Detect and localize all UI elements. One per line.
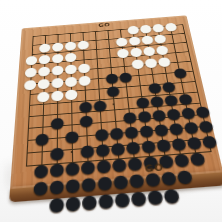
stone-white: ● <box>23 77 37 91</box>
intersection: ● <box>162 185 181 204</box>
stone-white: ● <box>116 46 130 59</box>
product-photo-scene: GO ●●●●●●●●●●●●●●●●●●●●●●●●●●●●●●●●●●●●●… <box>0 0 222 222</box>
go-board: GO ●●●●●●●●●●●●●●●●●●●●●●●●●●●●●●●●●●●●●… <box>9 15 222 203</box>
intersection <box>22 90 37 104</box>
stone-white: ● <box>78 73 92 87</box>
hoshi-dot <box>113 103 115 105</box>
intersection: ● <box>172 66 188 80</box>
stone-white: ● <box>163 20 178 32</box>
stone-black: ● <box>48 194 64 214</box>
intersection <box>17 162 33 180</box>
intersection: ● <box>113 189 131 208</box>
intersection: ● <box>64 87 78 101</box>
intersection: ● <box>48 194 65 214</box>
stone-white: ● <box>157 54 172 67</box>
intersection <box>185 64 201 78</box>
intersection: ● <box>163 21 178 33</box>
stone-black: ● <box>81 191 98 211</box>
intersection <box>183 53 199 66</box>
intersection: ● <box>97 190 114 210</box>
go-logo-bottom: GO <box>145 162 166 174</box>
intersection <box>32 195 49 215</box>
intersection <box>15 197 32 217</box>
stone-black: ● <box>65 192 82 212</box>
intersection <box>107 97 122 112</box>
intersection <box>36 102 51 117</box>
stone-white: ● <box>50 87 64 101</box>
intersection: ● <box>36 89 50 103</box>
intersection <box>207 164 222 182</box>
intersection <box>18 147 34 164</box>
intersection <box>19 131 35 147</box>
stone-black: ● <box>188 149 207 167</box>
stone-black: ● <box>97 190 114 209</box>
intersection: ● <box>79 112 94 128</box>
stone-black: ● <box>65 128 80 144</box>
stone-black: ● <box>106 83 121 97</box>
stone-black: ● <box>129 187 147 206</box>
intersection: ● <box>175 167 194 185</box>
intersection: ● <box>118 70 133 84</box>
stone-black: ● <box>33 177 49 196</box>
intersection: ● <box>92 98 107 113</box>
intersection: ● <box>78 73 92 87</box>
intersection <box>91 60 105 73</box>
board-face: GO ●●●●●●●●●●●●●●●●●●●●●●●●●●●●●●●●●●●●●… <box>10 15 222 189</box>
stone-black: ● <box>92 97 107 112</box>
stone-black: ● <box>79 112 94 127</box>
stone-white: ● <box>64 86 78 100</box>
intersection: ● <box>81 192 98 212</box>
intersection: ● <box>64 128 79 144</box>
stone-black: ● <box>162 185 181 204</box>
intersection <box>16 179 33 198</box>
intersection <box>64 100 78 115</box>
intersection <box>188 77 205 91</box>
intersection <box>20 117 35 133</box>
stone-black: ● <box>50 114 65 130</box>
intersection: ● <box>34 130 49 146</box>
intersection: ● <box>188 149 207 167</box>
intersection <box>21 103 36 118</box>
hoshi-dot <box>71 150 73 152</box>
intersection: ● <box>116 46 130 59</box>
intersection: ● <box>65 193 82 213</box>
intersection: ● <box>157 55 172 68</box>
intersection: ● <box>106 83 121 97</box>
intersection: ● <box>32 178 48 197</box>
stone-black: ● <box>113 188 131 207</box>
stone-white: ● <box>77 38 90 50</box>
stone-black: ● <box>175 166 194 184</box>
stone-black: ● <box>118 69 133 83</box>
stone-black: ● <box>35 130 50 146</box>
intersection: ● <box>50 115 65 131</box>
stone-white: ● <box>36 88 50 102</box>
intersection: ● <box>23 77 37 91</box>
stone-black: ● <box>172 65 188 79</box>
intersection: ● <box>50 88 64 102</box>
intersection <box>91 72 105 86</box>
stones-layer: ●●●●●●●●●●●●●●●●●●●●●●●●●●●●●●●●●●●●●●●●… <box>18 20 221 174</box>
intersection: ● <box>77 38 90 50</box>
